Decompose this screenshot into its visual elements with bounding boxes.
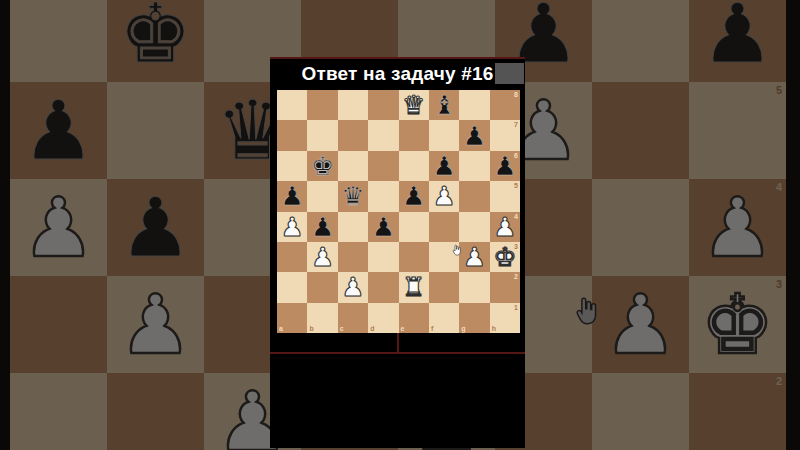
square-d3[interactable] [368,242,398,272]
square-f7[interactable] [429,120,459,150]
square-e5[interactable]: ♟ [399,181,429,211]
square-f3[interactable] [429,242,459,272]
square-c5[interactable]: ♛ [338,181,368,211]
file-label: b [309,325,313,332]
square-a1[interactable]: a [277,303,307,333]
rank-label: 8 [514,91,518,98]
square-e3[interactable] [399,242,429,272]
black-pawn[interactable]: ♟ [459,120,489,150]
square-f2[interactable] [429,272,459,302]
square-e7[interactable] [399,120,429,150]
square-b4[interactable]: ♟ [307,212,337,242]
main-chessboard: ♛♝8♟7♚♟6♟♟♛♟♟5♟♟♟4♟♟♟3♚♟♜2abcdefg1h [277,90,520,333]
divider-line-vertical [397,333,399,354]
square-a2[interactable] [277,272,307,302]
black-pawn[interactable]: ♟ [490,151,520,181]
file-label: c [340,325,344,332]
black-king[interactable]: ♚ [307,151,337,181]
black-pawn[interactable]: ♟ [277,181,307,211]
square-c2[interactable]: ♟ [338,272,368,302]
white-pawn[interactable]: ♟ [490,212,520,242]
square-e1[interactable]: e [399,303,429,333]
square-a6[interactable] [277,151,307,181]
rank-label: 1 [514,304,518,311]
white-queen[interactable]: ♛ [399,90,429,120]
square-a7[interactable] [277,120,307,150]
square-h6[interactable]: 6♟ [490,151,520,181]
answer-overlay: Ответ на задачу #16 ♛♝8♟7♚♟6♟♟♛♟♟5♟♟♟4♟♟… [270,57,525,448]
rank-label: 7 [514,121,518,128]
square-a8[interactable] [277,90,307,120]
file-label: f [431,325,433,332]
file-label: d [370,325,374,332]
square-h8[interactable]: 8 [490,90,520,120]
file-label: a [279,325,283,332]
square-c4[interactable] [338,212,368,242]
square-h5[interactable]: 5 [490,181,520,211]
ui-fragment [495,63,524,84]
square-c7[interactable] [338,120,368,150]
square-d6[interactable] [368,151,398,181]
square-a3[interactable] [277,242,307,272]
square-e2[interactable]: ♜ [399,272,429,302]
square-d7[interactable] [368,120,398,150]
square-b1[interactable]: b [307,303,337,333]
square-h4[interactable]: 4♟ [490,212,520,242]
square-d8[interactable] [368,90,398,120]
black-pawn[interactable]: ♟ [429,151,459,181]
square-h3[interactable]: 3♚ [490,242,520,272]
square-d4[interactable]: ♟ [368,212,398,242]
square-f5[interactable]: ♟ [429,181,459,211]
black-pawn[interactable]: ♟ [368,212,398,242]
square-f4[interactable] [429,212,459,242]
file-label: g [461,325,465,332]
square-g1[interactable]: g [459,303,489,333]
black-pawn[interactable]: ♟ [307,212,337,242]
square-b3[interactable]: ♟ [307,242,337,272]
white-pawn[interactable]: ♟ [277,212,307,242]
square-c3[interactable] [338,242,368,272]
square-f1[interactable]: f [429,303,459,333]
square-e6[interactable] [399,151,429,181]
rank-label: 2 [514,273,518,280]
file-label: e [401,325,405,332]
square-h2[interactable]: 2 [490,272,520,302]
square-b2[interactable] [307,272,337,302]
square-c6[interactable] [338,151,368,181]
square-d5[interactable] [368,181,398,211]
video-frame: ♛♝8♟7♚♟6♟♟♛♟♟5♟♟♟4♟♟♟3♚♟♜2abcdefg1h Отве… [0,0,800,450]
black-queen[interactable]: ♛ [338,181,368,211]
file-label: h [492,325,496,332]
square-f8[interactable]: ♝ [429,90,459,120]
square-g4[interactable] [459,212,489,242]
square-b7[interactable] [307,120,337,150]
square-e4[interactable] [399,212,429,242]
square-c8[interactable] [338,90,368,120]
square-g8[interactable] [459,90,489,120]
white-king[interactable]: ♚ [490,242,520,272]
square-f6[interactable]: ♟ [429,151,459,181]
square-b8[interactable] [307,90,337,120]
black-pawn[interactable]: ♟ [399,181,429,211]
puzzle-title: Ответ на задачу #16 [270,59,525,88]
square-g3[interactable]: ♟ [459,242,489,272]
square-d2[interactable] [368,272,398,302]
white-pawn[interactable]: ♟ [307,242,337,272]
square-g6[interactable] [459,151,489,181]
square-g7[interactable]: ♟ [459,120,489,150]
square-c1[interactable]: c [338,303,368,333]
white-pawn[interactable]: ♟ [459,242,489,272]
rank-label: 5 [514,182,518,189]
square-a5[interactable]: ♟ [277,181,307,211]
square-e8[interactable]: ♛ [399,90,429,120]
square-b6[interactable]: ♚ [307,151,337,181]
black-bishop[interactable]: ♝ [429,90,459,120]
white-rook[interactable]: ♜ [399,272,429,302]
white-pawn[interactable]: ♟ [429,181,459,211]
square-g5[interactable] [459,181,489,211]
square-d1[interactable]: d [368,303,398,333]
square-b5[interactable] [307,181,337,211]
square-g2[interactable] [459,272,489,302]
square-a4[interactable]: ♟ [277,212,307,242]
square-h1[interactable]: 1h [490,303,520,333]
white-pawn[interactable]: ♟ [338,272,368,302]
square-h7[interactable]: 7 [490,120,520,150]
